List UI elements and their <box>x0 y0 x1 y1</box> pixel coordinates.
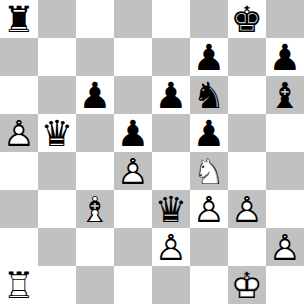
chess-board: ♜♚♟♟♟♟♞♝♟♙♛♟♟♟♙♞♘♝♗♛♟♙♟♙♟♙♟♙♜♖♚♔ <box>0 0 304 304</box>
square-f3[interactable]: ♟♙ <box>190 190 228 228</box>
square-g6[interactable] <box>228 76 266 114</box>
white-pawn[interactable]: ♟♙ <box>114 152 152 190</box>
white-pawn-outline: ♙ <box>190 190 228 228</box>
black-pawn[interactable]: ♟ <box>114 114 152 152</box>
square-b6[interactable] <box>38 76 76 114</box>
square-h7[interactable]: ♟ <box>266 38 304 76</box>
square-c6[interactable]: ♟ <box>76 76 114 114</box>
white-pawn[interactable]: ♟♙ <box>0 114 38 152</box>
black-pawn[interactable]: ♟ <box>266 38 304 76</box>
square-g5[interactable] <box>228 114 266 152</box>
black-knight[interactable]: ♞ <box>190 76 228 114</box>
white-knight[interactable]: ♞♘ <box>190 152 228 190</box>
square-b4[interactable] <box>38 152 76 190</box>
square-e2[interactable]: ♟♙ <box>152 228 190 266</box>
black-pawn[interactable]: ♟ <box>152 76 190 114</box>
white-pawn-outline: ♙ <box>152 228 190 266</box>
black-pawn[interactable]: ♟ <box>76 76 114 114</box>
white-pawn-outline: ♙ <box>114 152 152 190</box>
square-d6[interactable] <box>114 76 152 114</box>
square-b3[interactable] <box>38 190 76 228</box>
white-pawn-outline: ♙ <box>266 228 304 266</box>
square-g1[interactable]: ♚♔ <box>228 266 266 304</box>
square-g4[interactable] <box>228 152 266 190</box>
square-g8[interactable]: ♚ <box>228 0 266 38</box>
square-d5[interactable]: ♟ <box>114 114 152 152</box>
square-c1[interactable] <box>76 266 114 304</box>
square-c4[interactable] <box>76 152 114 190</box>
square-a5[interactable]: ♟♙ <box>0 114 38 152</box>
square-d3[interactable] <box>114 190 152 228</box>
square-d2[interactable] <box>114 228 152 266</box>
square-a2[interactable] <box>0 228 38 266</box>
square-a3[interactable] <box>0 190 38 228</box>
white-rook-outline: ♖ <box>0 266 38 304</box>
square-h4[interactable] <box>266 152 304 190</box>
white-rook[interactable]: ♜♖ <box>0 266 38 304</box>
square-c8[interactable] <box>76 0 114 38</box>
square-f1[interactable] <box>190 266 228 304</box>
black-bishop[interactable]: ♝ <box>266 76 304 114</box>
square-e3[interactable]: ♛ <box>152 190 190 228</box>
square-b1[interactable] <box>38 266 76 304</box>
square-d4[interactable]: ♟♙ <box>114 152 152 190</box>
square-e7[interactable] <box>152 38 190 76</box>
white-king-outline: ♔ <box>228 266 266 304</box>
white-knight-outline: ♘ <box>190 152 228 190</box>
square-b5[interactable]: ♛ <box>38 114 76 152</box>
white-pawn-outline: ♙ <box>0 114 38 152</box>
square-c3[interactable]: ♝♗ <box>76 190 114 228</box>
square-d8[interactable] <box>114 0 152 38</box>
square-h1[interactable] <box>266 266 304 304</box>
white-bishop[interactable]: ♝♗ <box>76 190 114 228</box>
black-pawn[interactable]: ♟ <box>190 114 228 152</box>
white-pawn[interactable]: ♟♙ <box>266 228 304 266</box>
black-rook[interactable]: ♜ <box>0 0 38 38</box>
black-queen[interactable]: ♛ <box>152 190 190 228</box>
square-f8[interactable] <box>190 0 228 38</box>
square-d1[interactable] <box>114 266 152 304</box>
square-c5[interactable] <box>76 114 114 152</box>
square-b2[interactable] <box>38 228 76 266</box>
white-pawn-outline: ♙ <box>228 190 266 228</box>
square-c2[interactable] <box>76 228 114 266</box>
square-e6[interactable]: ♟ <box>152 76 190 114</box>
white-bishop-outline: ♗ <box>76 190 114 228</box>
square-a8[interactable]: ♜ <box>0 0 38 38</box>
black-king[interactable]: ♚ <box>228 0 266 38</box>
square-f2[interactable] <box>190 228 228 266</box>
square-b7[interactable] <box>38 38 76 76</box>
square-e4[interactable] <box>152 152 190 190</box>
white-pawn[interactable]: ♟♙ <box>152 228 190 266</box>
square-f7[interactable]: ♟ <box>190 38 228 76</box>
white-king[interactable]: ♚♔ <box>228 266 266 304</box>
square-h8[interactable] <box>266 0 304 38</box>
square-f5[interactable]: ♟ <box>190 114 228 152</box>
square-e1[interactable] <box>152 266 190 304</box>
square-g3[interactable]: ♟♙ <box>228 190 266 228</box>
square-h3[interactable] <box>266 190 304 228</box>
square-e5[interactable] <box>152 114 190 152</box>
square-b8[interactable] <box>38 0 76 38</box>
square-e8[interactable] <box>152 0 190 38</box>
black-pawn[interactable]: ♟ <box>190 38 228 76</box>
square-g2[interactable] <box>228 228 266 266</box>
square-c7[interactable] <box>76 38 114 76</box>
square-a6[interactable] <box>0 76 38 114</box>
white-pawn[interactable]: ♟♙ <box>190 190 228 228</box>
square-h6[interactable]: ♝ <box>266 76 304 114</box>
black-queen[interactable]: ♛ <box>38 114 76 152</box>
square-a7[interactable] <box>0 38 38 76</box>
square-a4[interactable] <box>0 152 38 190</box>
square-g7[interactable] <box>228 38 266 76</box>
square-h5[interactable] <box>266 114 304 152</box>
square-f6[interactable]: ♞ <box>190 76 228 114</box>
white-pawn[interactable]: ♟♙ <box>228 190 266 228</box>
square-d7[interactable] <box>114 38 152 76</box>
square-a1[interactable]: ♜♖ <box>0 266 38 304</box>
square-f4[interactable]: ♞♘ <box>190 152 228 190</box>
square-h2[interactable]: ♟♙ <box>266 228 304 266</box>
